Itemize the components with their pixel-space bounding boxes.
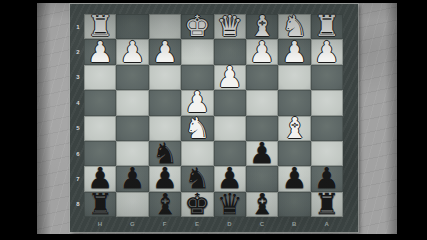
piece-black-bishop-c8[interactable]: ♝ xyxy=(249,192,275,217)
square-g5[interactable] xyxy=(116,116,148,141)
file-label-g: G xyxy=(116,217,148,230)
square-c8[interactable]: ♝ xyxy=(246,192,278,217)
piece-black-rook-a8[interactable]: ♜ xyxy=(314,192,340,217)
square-g8[interactable] xyxy=(116,192,148,217)
square-f2[interactable]: ♟ xyxy=(149,39,181,64)
file-label-c: C xyxy=(246,217,278,230)
rank-label-7: 7 xyxy=(73,166,83,191)
square-d1[interactable]: ♛ xyxy=(214,14,246,39)
piece-white-pawn-a2[interactable]: ♟ xyxy=(314,40,340,65)
square-c6[interactable]: ♟ xyxy=(246,141,278,166)
piece-white-pawn-b2[interactable]: ♟ xyxy=(281,40,307,65)
square-b7[interactable]: ♟ xyxy=(278,166,310,191)
square-h2[interactable]: ♟ xyxy=(84,39,116,64)
square-c4[interactable] xyxy=(246,90,278,115)
piece-black-king-e8[interactable]: ♚ xyxy=(184,192,210,217)
rank-label-6: 6 xyxy=(73,141,83,166)
square-g4[interactable] xyxy=(116,90,148,115)
square-e2[interactable] xyxy=(181,39,213,64)
piece-white-knight-e5[interactable]: ♞ xyxy=(184,116,210,141)
square-h5[interactable] xyxy=(84,116,116,141)
square-c3[interactable] xyxy=(246,65,278,90)
file-label-e: E xyxy=(181,217,213,230)
rank-label-3: 3 xyxy=(73,65,83,90)
square-e5[interactable]: ♞ xyxy=(181,116,213,141)
square-f8[interactable]: ♝ xyxy=(149,192,181,217)
square-h4[interactable] xyxy=(84,90,116,115)
file-labels: HGFEDCBA xyxy=(84,217,343,230)
file-label-h: H xyxy=(84,217,116,230)
square-g2[interactable]: ♟ xyxy=(116,39,148,64)
square-d8[interactable]: ♛ xyxy=(214,192,246,217)
rank-label-5: 5 xyxy=(73,116,83,141)
file-label-d: D xyxy=(214,217,246,230)
piece-black-pawn-g7[interactable]: ♟ xyxy=(120,166,146,191)
square-e8[interactable]: ♚ xyxy=(181,192,213,217)
piece-white-pawn-g2[interactable]: ♟ xyxy=(120,40,146,65)
square-f3[interactable] xyxy=(149,65,181,90)
square-f4[interactable] xyxy=(149,90,181,115)
piece-black-pawn-c6[interactable]: ♟ xyxy=(249,141,275,166)
square-c2[interactable]: ♟ xyxy=(246,39,278,64)
video-frame: { "game": "chess", "view": { "files_left… xyxy=(0,0,427,240)
piece-white-pawn-f2[interactable]: ♟ xyxy=(152,40,178,65)
square-b3[interactable] xyxy=(278,65,310,90)
piece-white-pawn-d3[interactable]: ♟ xyxy=(217,65,243,90)
file-label-b: B xyxy=(278,217,310,230)
piece-white-pawn-h2[interactable]: ♟ xyxy=(87,40,113,65)
square-a8[interactable]: ♜ xyxy=(311,192,343,217)
rank-label-4: 4 xyxy=(73,90,83,115)
square-g7[interactable]: ♟ xyxy=(116,166,148,191)
piece-black-rook-h8[interactable]: ♜ xyxy=(87,192,113,217)
square-d4[interactable] xyxy=(214,90,246,115)
rank-label-8: 8 xyxy=(73,192,83,217)
chess-board: ♜♚♛♝♞♜♟♟♟♟♟♟♟♟♞♝♞♟♟♟♟♞♟♟♟♜♝♚♛♝♜ xyxy=(84,14,343,217)
piece-white-queen-d1[interactable]: ♛ xyxy=(217,14,243,39)
square-b5[interactable]: ♝ xyxy=(278,116,310,141)
square-b8[interactable] xyxy=(278,192,310,217)
square-h3[interactable] xyxy=(84,65,116,90)
rank-label-2: 2 xyxy=(73,39,83,64)
square-g3[interactable] xyxy=(116,65,148,90)
piece-white-king-e1[interactable]: ♚ xyxy=(184,14,210,39)
square-a5[interactable] xyxy=(311,116,343,141)
square-h8[interactable]: ♜ xyxy=(84,192,116,217)
file-label-a: A xyxy=(311,217,343,230)
square-b2[interactable]: ♟ xyxy=(278,39,310,64)
board-frame: 12345678 ♜♚♛♝♞♜♟♟♟♟♟♟♟♟♞♝♞♟♟♟♟♞♟♟♟♜♝♚♛♝♜… xyxy=(70,4,358,232)
piece-white-pawn-c2[interactable]: ♟ xyxy=(249,40,275,65)
square-d5[interactable] xyxy=(214,116,246,141)
concrete-wall-background: 12345678 ♜♚♛♝♞♜♟♟♟♟♟♟♟♟♞♝♞♟♟♟♟♞♟♟♟♜♝♚♛♝♜… xyxy=(37,3,397,234)
piece-white-bishop-b5[interactable]: ♝ xyxy=(281,116,307,141)
piece-black-bishop-f8[interactable]: ♝ xyxy=(152,192,178,217)
rank-label-1: 1 xyxy=(73,14,83,39)
square-e1[interactable]: ♚ xyxy=(181,14,213,39)
piece-black-queen-d8[interactable]: ♛ xyxy=(217,192,243,217)
square-d3[interactable]: ♟ xyxy=(214,65,246,90)
square-a2[interactable]: ♟ xyxy=(311,39,343,64)
file-label-f: F xyxy=(149,217,181,230)
square-a4[interactable] xyxy=(311,90,343,115)
piece-black-pawn-b7[interactable]: ♟ xyxy=(281,166,307,191)
rank-labels: 12345678 xyxy=(73,14,83,217)
square-a3[interactable] xyxy=(311,65,343,90)
